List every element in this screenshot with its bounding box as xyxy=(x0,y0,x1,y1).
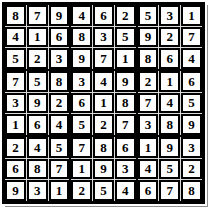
cell-r7c1[interactable]: 2 xyxy=(5,137,26,158)
cell-r7c4[interactable]: 7 xyxy=(71,137,92,158)
box-1-3: 531927864 xyxy=(138,5,202,69)
box-3-2: 786193254 xyxy=(71,137,135,201)
cell-r2c9[interactable]: 7 xyxy=(181,27,202,48)
cell-r3c7[interactable]: 8 xyxy=(138,48,159,69)
cell-r1c5[interactable]: 6 xyxy=(93,5,114,26)
cell-r2c7[interactable]: 9 xyxy=(138,27,159,48)
cell-r4c8[interactable]: 1 xyxy=(159,71,180,92)
cell-r2c2[interactable]: 1 xyxy=(27,27,48,48)
cell-r2c8[interactable]: 2 xyxy=(159,27,180,48)
cell-r4c2[interactable]: 5 xyxy=(27,71,48,92)
box-2-2: 349618527 xyxy=(71,71,135,135)
cell-r2c5[interactable]: 3 xyxy=(93,27,114,48)
cell-r3c3[interactable]: 3 xyxy=(49,48,70,69)
cell-r5c8[interactable]: 4 xyxy=(159,93,180,114)
cell-r8c1[interactable]: 6 xyxy=(5,159,26,180)
cell-r1c7[interactable]: 5 xyxy=(138,5,159,26)
cell-r9c8[interactable]: 7 xyxy=(159,180,180,201)
cell-r6c1[interactable]: 1 xyxy=(5,114,26,135)
cell-r7c6[interactable]: 6 xyxy=(115,137,136,158)
cell-r3c4[interactable]: 9 xyxy=(71,48,92,69)
cell-r6c8[interactable]: 8 xyxy=(159,114,180,135)
cell-r1c4[interactable]: 4 xyxy=(71,5,92,26)
cell-r9c7[interactable]: 6 xyxy=(138,180,159,201)
box-2-3: 216745389 xyxy=(138,71,202,135)
cell-r8c9[interactable]: 2 xyxy=(181,159,202,180)
cell-r9c9[interactable]: 8 xyxy=(181,180,202,201)
cell-r4c6[interactable]: 9 xyxy=(115,71,136,92)
cell-r3c2[interactable]: 2 xyxy=(27,48,48,69)
cell-r7c2[interactable]: 4 xyxy=(27,137,48,158)
cell-r6c7[interactable]: 3 xyxy=(138,114,159,135)
cell-r8c4[interactable]: 1 xyxy=(71,159,92,180)
cell-r2c6[interactable]: 5 xyxy=(115,27,136,48)
cell-r7c9[interactable]: 3 xyxy=(181,137,202,158)
cell-r4c5[interactable]: 4 xyxy=(93,71,114,92)
cell-r9c3[interactable]: 1 xyxy=(49,180,70,201)
cell-r5c5[interactable]: 1 xyxy=(93,93,114,114)
cell-r6c5[interactable]: 2 xyxy=(93,114,114,135)
cell-r2c4[interactable]: 8 xyxy=(71,27,92,48)
cell-r6c4[interactable]: 5 xyxy=(71,114,92,135)
cell-r9c6[interactable]: 4 xyxy=(115,180,136,201)
cell-r2c3[interactable]: 6 xyxy=(49,27,70,48)
cell-r6c2[interactable]: 6 xyxy=(27,114,48,135)
cell-r4c3[interactable]: 8 xyxy=(49,71,70,92)
box-3-1: 245687931 xyxy=(5,137,69,201)
cell-r5c7[interactable]: 7 xyxy=(138,93,159,114)
cell-r2c1[interactable]: 4 xyxy=(5,27,26,48)
cell-r1c9[interactable]: 1 xyxy=(181,5,202,26)
cell-r7c7[interactable]: 1 xyxy=(138,137,159,158)
cell-r6c6[interactable]: 7 xyxy=(115,114,136,135)
cell-r5c6[interactable]: 8 xyxy=(115,93,136,114)
cell-r4c1[interactable]: 7 xyxy=(5,71,26,92)
cell-r8c6[interactable]: 3 xyxy=(115,159,136,180)
cell-r6c3[interactable]: 4 xyxy=(49,114,70,135)
cell-r3c8[interactable]: 6 xyxy=(159,48,180,69)
cell-r3c6[interactable]: 1 xyxy=(115,48,136,69)
cell-r1c8[interactable]: 3 xyxy=(159,5,180,26)
cell-r7c8[interactable]: 9 xyxy=(159,137,180,158)
cell-r3c5[interactable]: 7 xyxy=(93,48,114,69)
cell-r3c9[interactable]: 4 xyxy=(181,48,202,69)
cell-r1c2[interactable]: 7 xyxy=(27,5,48,26)
cell-r8c5[interactable]: 9 xyxy=(93,159,114,180)
cell-r5c1[interactable]: 3 xyxy=(5,93,26,114)
cell-r1c3[interactable]: 9 xyxy=(49,5,70,26)
cell-r5c4[interactable]: 6 xyxy=(71,93,92,114)
cell-r8c2[interactable]: 8 xyxy=(27,159,48,180)
cell-r4c7[interactable]: 2 xyxy=(138,71,159,92)
cell-r8c7[interactable]: 4 xyxy=(138,159,159,180)
cell-r6c9[interactable]: 9 xyxy=(181,114,202,135)
cell-r3c1[interactable]: 5 xyxy=(5,48,26,69)
cell-r8c3[interactable]: 7 xyxy=(49,159,70,180)
cell-r4c9[interactable]: 6 xyxy=(181,71,202,92)
box-2-1: 758392164 xyxy=(5,71,69,135)
cell-r9c1[interactable]: 9 xyxy=(5,180,26,201)
box-3-3: 193452678 xyxy=(138,137,202,201)
cell-r7c3[interactable]: 5 xyxy=(49,137,70,158)
cell-r7c5[interactable]: 8 xyxy=(93,137,114,158)
box-1-2: 462835971 xyxy=(71,5,135,69)
cell-r9c2[interactable]: 3 xyxy=(27,180,48,201)
cell-r5c2[interactable]: 9 xyxy=(27,93,48,114)
cell-r8c8[interactable]: 5 xyxy=(159,159,180,180)
box-1-1: 879416523 xyxy=(5,5,69,69)
cell-r9c4[interactable]: 2 xyxy=(71,180,92,201)
cell-r4c4[interactable]: 3 xyxy=(71,71,92,92)
cell-r9c5[interactable]: 5 xyxy=(93,180,114,201)
cell-r1c1[interactable]: 8 xyxy=(5,5,26,26)
cell-r5c9[interactable]: 5 xyxy=(181,93,202,114)
cell-r1c6[interactable]: 2 xyxy=(115,5,136,26)
cell-r5c3[interactable]: 2 xyxy=(49,93,70,114)
sudoku-board: 8794165234628359715319278647583921643496… xyxy=(2,2,205,204)
